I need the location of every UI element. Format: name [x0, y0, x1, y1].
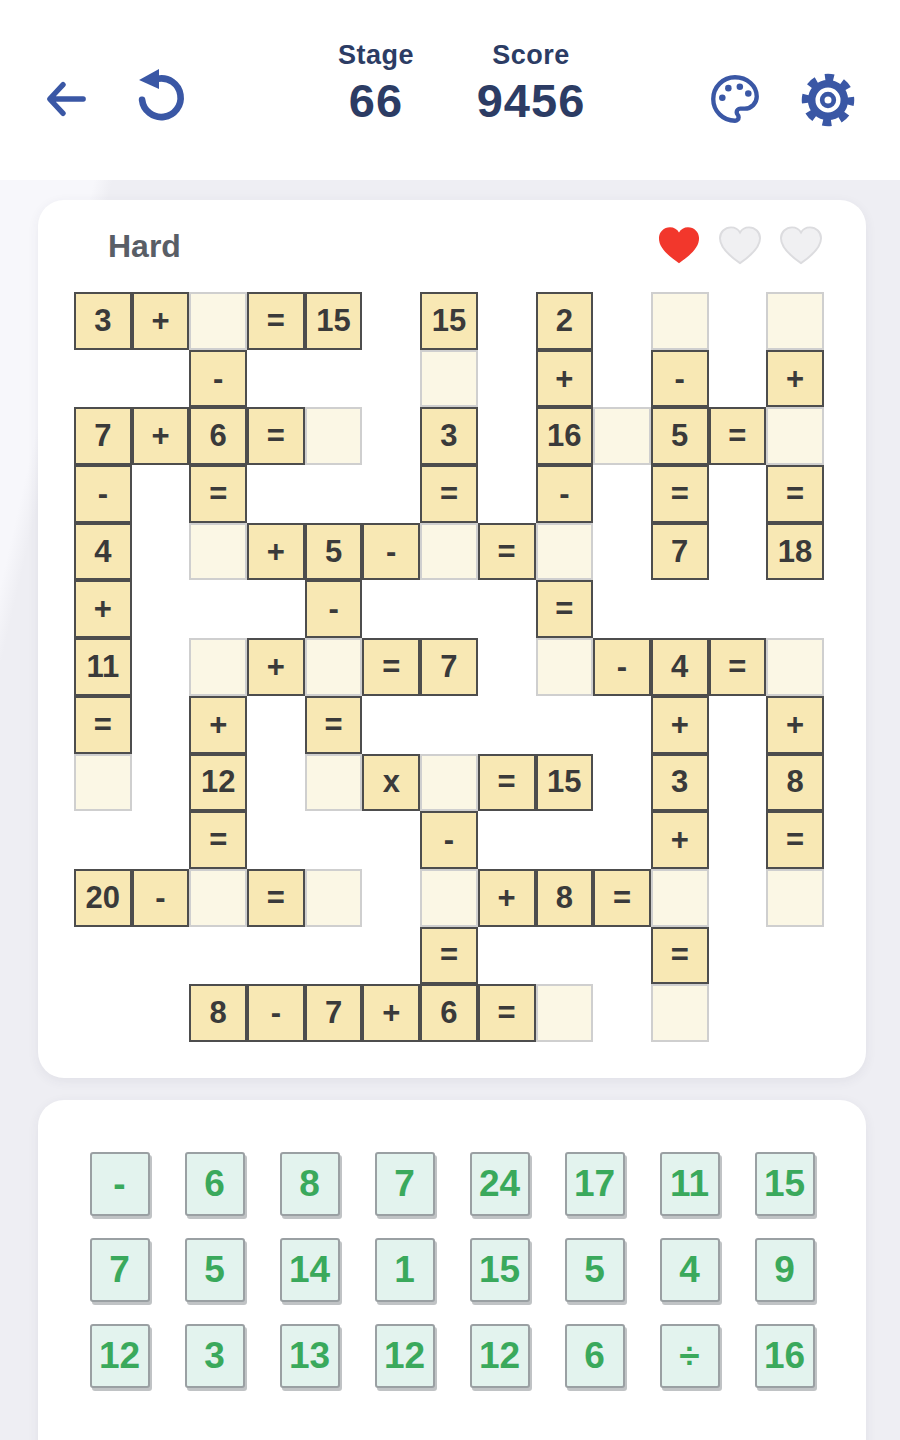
- board-gap: [74, 927, 132, 985]
- tray-tile-1[interactable]: 1: [375, 1238, 435, 1302]
- restart-button[interactable]: [130, 66, 188, 124]
- tray-tile-15[interactable]: 15: [755, 1152, 815, 1216]
- cell-r4-c9-given: -: [536, 465, 594, 523]
- cell-r8-c11-given: +: [651, 696, 709, 754]
- cell-r12-c7-given: =: [420, 927, 478, 985]
- board-gap: [593, 754, 651, 812]
- board-gap: [247, 811, 305, 869]
- cell-r1-c9-given: 2: [536, 292, 594, 350]
- cell-r7-c9-empty[interactable]: [536, 638, 594, 696]
- cell-r1-c3-empty[interactable]: [189, 292, 247, 350]
- gear-icon: [800, 72, 856, 128]
- tray-tile-12[interactable]: 12: [90, 1324, 150, 1388]
- board-gap: [709, 869, 767, 927]
- board-gap: [420, 580, 478, 638]
- cell-r9-c1-empty[interactable]: [74, 754, 132, 812]
- cell-r9-c9-given: 15: [536, 754, 594, 812]
- cell-r3-c12-given: =: [709, 407, 767, 465]
- tray-tile-7[interactable]: 7: [375, 1152, 435, 1216]
- board-gap: [478, 350, 536, 408]
- board-gap: [305, 465, 363, 523]
- cell-r11-c9-given: 8: [536, 869, 594, 927]
- cell-r4-c13-given: =: [766, 465, 824, 523]
- cell-r3-c3-given: 6: [189, 407, 247, 465]
- tray-tile-5[interactable]: 5: [185, 1238, 245, 1302]
- tray-tile-13[interactable]: 13: [280, 1324, 340, 1388]
- cell-r3-c2-given: +: [132, 407, 190, 465]
- cell-r8-c5-given: =: [305, 696, 363, 754]
- board-gap: [132, 927, 190, 985]
- puzzle-board: 3+=15152-+-+7+6=3165=-==-==4+5-=718+-=11…: [74, 292, 824, 1042]
- board-gap: [478, 465, 536, 523]
- cell-r7-c5-empty[interactable]: [305, 638, 363, 696]
- cell-r5-c5-given: 5: [305, 523, 363, 581]
- cell-r7-c11-given: 4: [651, 638, 709, 696]
- cell-r13-c6-given: +: [362, 984, 420, 1042]
- cell-r11-c8-given: +: [478, 869, 536, 927]
- cell-r7-c1-given: 11: [74, 638, 132, 696]
- cell-r3-c11-given: 5: [651, 407, 709, 465]
- cell-r13-c7-given: 6: [420, 984, 478, 1042]
- board-gap: [766, 984, 824, 1042]
- board-gap: [362, 407, 420, 465]
- board-gap: [593, 811, 651, 869]
- cell-r5-c8-given: =: [478, 523, 536, 581]
- cell-r1-c5-given: 15: [305, 292, 363, 350]
- board-gap: [132, 754, 190, 812]
- board-gap: [593, 350, 651, 408]
- board-gap: [247, 350, 305, 408]
- cell-r9-c6-given: x: [362, 754, 420, 812]
- tray-row-2: 7514115549: [90, 1238, 815, 1302]
- cell-r9-c3-given: 12: [189, 754, 247, 812]
- cell-r7-c13-empty[interactable]: [766, 638, 824, 696]
- board-gap: [709, 984, 767, 1042]
- heart-empty-icon: [778, 224, 824, 266]
- board-gap: [132, 465, 190, 523]
- board-gap: [593, 292, 651, 350]
- board-gap: [709, 580, 767, 638]
- cell-r6-c1-given: +: [74, 580, 132, 638]
- cell-r9-c13-given: 8: [766, 754, 824, 812]
- tray-tile-4[interactable]: 4: [660, 1238, 720, 1302]
- settings-button[interactable]: [800, 72, 856, 128]
- tray-tile-6[interactable]: 6: [185, 1152, 245, 1216]
- cell-r7-c4-given: +: [247, 638, 305, 696]
- board-gap: [132, 523, 190, 581]
- cell-r11-c7-empty[interactable]: [420, 869, 478, 927]
- cell-r5-c4-given: +: [247, 523, 305, 581]
- answer-tray: -6872417111575141155491231312126÷16: [38, 1152, 866, 1388]
- stage-label: Stage: [338, 40, 414, 71]
- board-gap: [593, 580, 651, 638]
- board-gap: [593, 465, 651, 523]
- cell-r11-c5-empty[interactable]: [305, 869, 363, 927]
- puzzle-card: Hard 3+=15152-+-+7+6=3165=-==-==4+5-=718…: [38, 200, 866, 1078]
- cell-r1-c7-given: 15: [420, 292, 478, 350]
- board-gap: [420, 696, 478, 754]
- back-button[interactable]: [42, 76, 88, 122]
- cell-r3-c1-given: 7: [74, 407, 132, 465]
- board-gap: [362, 350, 420, 408]
- theme-palette-button[interactable]: [706, 70, 764, 128]
- cell-r7-c7-given: 7: [420, 638, 478, 696]
- cell-r11-c4-given: =: [247, 869, 305, 927]
- board-gap: [305, 811, 363, 869]
- tray-tile-6[interactable]: 6: [565, 1324, 625, 1388]
- board-gap: [593, 696, 651, 754]
- cell-r8-c3-given: +: [189, 696, 247, 754]
- board-gap: [362, 811, 420, 869]
- cell-r9-c11-given: 3: [651, 754, 709, 812]
- cell-r5-c9-empty[interactable]: [536, 523, 594, 581]
- board-gap: [478, 580, 536, 638]
- stage-value: 66: [338, 73, 414, 128]
- cell-r3-c4-given: =: [247, 407, 305, 465]
- cell-r11-c11-empty[interactable]: [651, 869, 709, 927]
- board-gap: [247, 696, 305, 754]
- cell-r7-c6-given: =: [362, 638, 420, 696]
- cell-r10-c13-given: =: [766, 811, 824, 869]
- board-gap: [247, 754, 305, 812]
- cell-r5-c7-empty[interactable]: [420, 523, 478, 581]
- board-gap: [478, 811, 536, 869]
- board-gap: [362, 292, 420, 350]
- board-gap: [709, 696, 767, 754]
- tray-row-1: -68724171115: [90, 1152, 815, 1216]
- cell-r1-c11-empty[interactable]: [651, 292, 709, 350]
- cell-r12-c11-given: =: [651, 927, 709, 985]
- tray-tile-9[interactable]: 9: [755, 1238, 815, 1302]
- cell-r3-c5-empty[interactable]: [305, 407, 363, 465]
- board-gap: [593, 984, 651, 1042]
- tray-tile-8[interactable]: 8: [280, 1152, 340, 1216]
- board-gap: [709, 465, 767, 523]
- cell-r2-c11-given: -: [651, 350, 709, 408]
- cell-r3-c7-given: 3: [420, 407, 478, 465]
- restart-icon: [130, 66, 188, 124]
- tray-tile-14[interactable]: 14: [280, 1238, 340, 1302]
- tray-card: -6872417111575141155491231312126÷16: [38, 1100, 866, 1440]
- tray-tile-16[interactable]: 16: [755, 1324, 815, 1388]
- heart-full-icon: [656, 224, 702, 266]
- board-gap: [132, 696, 190, 754]
- score-stat: Score 9456: [477, 40, 586, 128]
- cell-r5-c3-empty[interactable]: [189, 523, 247, 581]
- board-gap: [74, 984, 132, 1042]
- cell-r7-c10-given: -: [593, 638, 651, 696]
- board-gap: [478, 696, 536, 754]
- cell-r6-c5-given: -: [305, 580, 363, 638]
- board-gap: [593, 523, 651, 581]
- cell-r11-c2-given: -: [132, 869, 190, 927]
- tray-tile-24[interactable]: 24: [470, 1152, 530, 1216]
- cell-r3-c9-given: 16: [536, 407, 594, 465]
- cell-r1-c1-given: 3: [74, 292, 132, 350]
- cell-r1-c4-given: =: [247, 292, 305, 350]
- board-gap: [536, 927, 594, 985]
- board-gap: [247, 465, 305, 523]
- board-gap: [132, 638, 190, 696]
- board-gap: [362, 869, 420, 927]
- cell-r2-c13-given: +: [766, 350, 824, 408]
- cell-r13-c3-given: 8: [189, 984, 247, 1042]
- tray-tile-11[interactable]: 11: [660, 1152, 720, 1216]
- board-gap: [74, 811, 132, 869]
- cell-r8-c1-given: =: [74, 696, 132, 754]
- tray-tile-÷[interactable]: ÷: [660, 1324, 720, 1388]
- board-gap: [709, 523, 767, 581]
- tray-row-3: 1231312126÷16: [90, 1324, 815, 1388]
- cell-r13-c5-given: 7: [305, 984, 363, 1042]
- board-gap: [132, 350, 190, 408]
- board-gap: [132, 984, 190, 1042]
- cell-r8-c13-given: +: [766, 696, 824, 754]
- difficulty-label: Hard: [108, 228, 181, 265]
- top-bar: Stage 66 Score 9456: [0, 0, 900, 180]
- stage-stat: Stage 66: [338, 40, 414, 128]
- cell-r10-c11-given: +: [651, 811, 709, 869]
- score-value: 9456: [477, 73, 586, 128]
- board-gap: [362, 580, 420, 638]
- cell-r7-c3-empty[interactable]: [189, 638, 247, 696]
- board-gap: [132, 580, 190, 638]
- cell-r9-c8-given: =: [478, 754, 536, 812]
- cell-r11-c3-empty[interactable]: [189, 869, 247, 927]
- board-gap: [247, 927, 305, 985]
- cell-r2-c9-given: +: [536, 350, 594, 408]
- tray-tile-12[interactable]: 12: [375, 1324, 435, 1388]
- board-gap: [362, 696, 420, 754]
- board-gap: [478, 292, 536, 350]
- cell-r4-c1-given: -: [74, 465, 132, 523]
- board-gap: [478, 638, 536, 696]
- board-gap: [709, 927, 767, 985]
- board-gap: [189, 927, 247, 985]
- cell-r4-c7-given: =: [420, 465, 478, 523]
- cell-r2-c7-empty[interactable]: [420, 350, 478, 408]
- tray-tile-7[interactable]: 7: [90, 1238, 150, 1302]
- cell-r13-c4-given: -: [247, 984, 305, 1042]
- cell-r5-c11-given: 7: [651, 523, 709, 581]
- cell-r13-c11-empty[interactable]: [651, 984, 709, 1042]
- board-gap: [536, 696, 594, 754]
- board-gap: [305, 927, 363, 985]
- cell-r13-c8-given: =: [478, 984, 536, 1042]
- cell-r9-c7-empty[interactable]: [420, 754, 478, 812]
- heart-empty-icon: [717, 224, 763, 266]
- board-gap: [305, 350, 363, 408]
- board-gap: [189, 580, 247, 638]
- board-gap: [362, 927, 420, 985]
- cell-r11-c13-empty[interactable]: [766, 869, 824, 927]
- tray-tile-5[interactable]: 5: [565, 1238, 625, 1302]
- tray-tile--[interactable]: -: [90, 1152, 150, 1216]
- cell-r6-c9-given: =: [536, 580, 594, 638]
- cell-r1-c2-given: +: [132, 292, 190, 350]
- cell-r5-c1-given: 4: [74, 523, 132, 581]
- cell-r10-c7-given: -: [420, 811, 478, 869]
- board-gap: [362, 465, 420, 523]
- cell-r9-c5-empty[interactable]: [305, 754, 363, 812]
- tray-tile-15[interactable]: 15: [470, 1238, 530, 1302]
- cell-r13-c9-empty[interactable]: [536, 984, 594, 1042]
- board-gap: [709, 754, 767, 812]
- board-gap: [74, 350, 132, 408]
- back-arrow-icon: [42, 76, 88, 122]
- board-gap: [651, 580, 709, 638]
- board-gap: [132, 811, 190, 869]
- cell-r4-c3-given: =: [189, 465, 247, 523]
- tray-tile-17[interactable]: 17: [565, 1152, 625, 1216]
- palette-icon: [706, 70, 764, 128]
- board-gap: [536, 811, 594, 869]
- cell-r7-c12-given: =: [709, 638, 767, 696]
- board-gap: [709, 292, 767, 350]
- tray-tile-3[interactable]: 3: [185, 1324, 245, 1388]
- lives-hearts: [656, 224, 824, 266]
- cell-r4-c11-given: =: [651, 465, 709, 523]
- cell-r5-c6-given: -: [362, 523, 420, 581]
- board-gap: [478, 407, 536, 465]
- cell-r3-c13-empty[interactable]: [766, 407, 824, 465]
- tray-tile-12[interactable]: 12: [470, 1324, 530, 1388]
- board-gap: [766, 927, 824, 985]
- board-gap: [766, 580, 824, 638]
- cell-r11-c10-given: =: [593, 869, 651, 927]
- board-gap: [478, 927, 536, 985]
- board-gap: [709, 811, 767, 869]
- cell-r11-c1-given: 20: [74, 869, 132, 927]
- cell-r2-c3-given: -: [189, 350, 247, 408]
- score-label: Score: [477, 40, 586, 71]
- cell-r1-c13-empty[interactable]: [766, 292, 824, 350]
- board-gap: [247, 580, 305, 638]
- board-gap: [593, 927, 651, 985]
- board-gap: [709, 350, 767, 408]
- cell-r10-c3-given: =: [189, 811, 247, 869]
- cell-r3-c10-empty[interactable]: [593, 407, 651, 465]
- cell-r5-c13-given: 18: [766, 523, 824, 581]
